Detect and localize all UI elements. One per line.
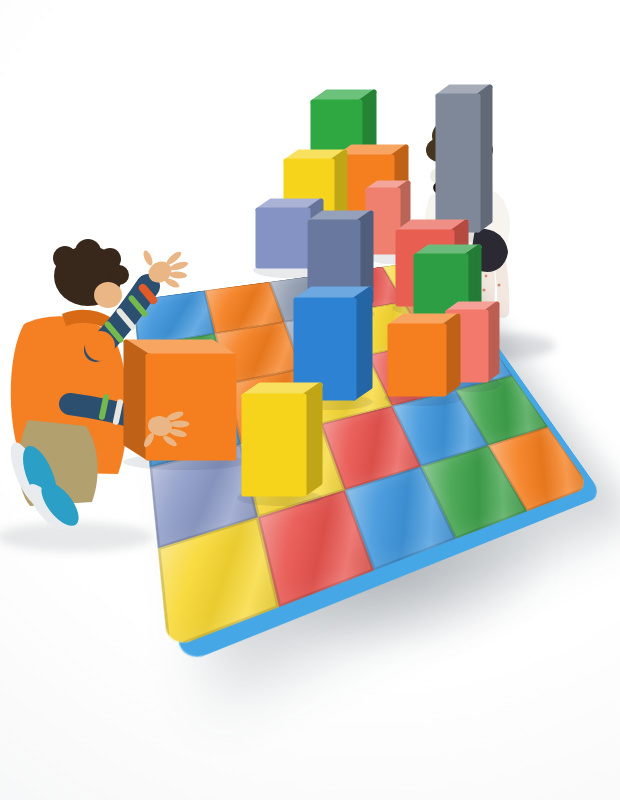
child-left-face [94,282,122,308]
foreground-figures-layer [0,0,620,800]
shoulder-patch [85,331,115,361]
foam-blocks [123,87,500,506]
playroom-scene [0,0,620,800]
foam-block-held-orange[interactable] [123,342,247,470]
foam-block-center-yellow[interactable] [237,385,323,506]
foam-block-back-tall[interactable] [435,87,493,242]
foam-block-right-orange[interactable] [384,316,462,406]
